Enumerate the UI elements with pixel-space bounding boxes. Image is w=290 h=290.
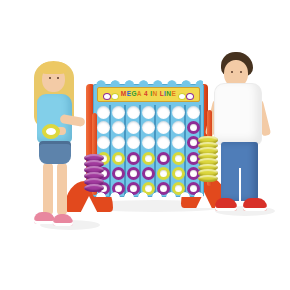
cell-r3-c3 bbox=[126, 135, 141, 150]
girl-bangs bbox=[40, 61, 67, 74]
banner-ring-icons-right bbox=[178, 86, 194, 104]
left-ring-stack bbox=[84, 154, 104, 190]
cell-r4-c5 bbox=[156, 151, 171, 166]
girl-held-yellow-disc bbox=[42, 124, 60, 139]
ring-yellow bbox=[198, 175, 218, 183]
girl-leg bbox=[57, 163, 67, 215]
girl-leg bbox=[43, 163, 53, 215]
yellow-disc bbox=[172, 152, 185, 165]
cell-r3-c6 bbox=[171, 135, 186, 150]
cell-r1-c6 bbox=[171, 105, 186, 120]
boy-head bbox=[224, 60, 248, 87]
girl-shoe bbox=[34, 212, 55, 224]
product-photo-connect-four: MEGA 4 IN LINE bbox=[0, 0, 290, 290]
cell-r5-c5 bbox=[156, 166, 171, 181]
boy-shoe bbox=[243, 198, 267, 211]
empty-hole bbox=[157, 121, 170, 134]
yellow-disc bbox=[157, 167, 170, 180]
yellow-ring-icon bbox=[178, 93, 186, 100]
connect-four-board: MEGA 4 IN LINE bbox=[93, 78, 204, 197]
empty-hole bbox=[127, 121, 140, 134]
empty-hole bbox=[157, 106, 170, 119]
board-bottom-scallop bbox=[94, 191, 203, 197]
cell-r1-c1 bbox=[96, 105, 111, 120]
empty-hole bbox=[97, 136, 110, 149]
boy-eye bbox=[231, 71, 233, 73]
cell-r1-c4 bbox=[141, 105, 156, 120]
ring-purple bbox=[84, 184, 104, 192]
cell-r4-c6 bbox=[171, 151, 186, 166]
cell-r4-c2 bbox=[111, 151, 126, 166]
empty-hole bbox=[127, 136, 140, 149]
empty-hole bbox=[172, 136, 185, 149]
cell-r1-c5 bbox=[156, 105, 171, 120]
empty-hole bbox=[142, 121, 155, 134]
cell-r2-c5 bbox=[156, 120, 171, 135]
board-top-scallop bbox=[94, 78, 203, 85]
empty-hole bbox=[187, 106, 200, 119]
board-banner: MEGA 4 IN LINE bbox=[97, 87, 200, 102]
empty-hole bbox=[172, 106, 185, 119]
purple-disc bbox=[142, 167, 155, 180]
empty-hole bbox=[172, 121, 185, 134]
boy-eye bbox=[240, 71, 242, 73]
purple-ring-icon bbox=[103, 93, 111, 100]
purple-disc bbox=[127, 152, 140, 165]
cell-r2-c6 bbox=[171, 120, 186, 135]
girl-eye bbox=[57, 77, 59, 79]
cell-r5-c2 bbox=[111, 166, 126, 181]
banner-title: MEGA 4 IN LINE bbox=[121, 91, 176, 98]
girl-shoe bbox=[53, 214, 73, 226]
cell-r2-c2 bbox=[111, 120, 126, 135]
empty-hole bbox=[142, 136, 155, 149]
empty-hole bbox=[97, 106, 110, 119]
empty-hole bbox=[112, 121, 125, 134]
banner-ring-icons-left bbox=[103, 86, 119, 104]
cell-r2-c3 bbox=[126, 120, 141, 135]
empty-hole bbox=[157, 136, 170, 149]
cell-r2-c7 bbox=[186, 120, 201, 135]
cell-r1-c2 bbox=[111, 105, 126, 120]
empty-hole bbox=[112, 106, 125, 119]
cell-r3-c5 bbox=[156, 135, 171, 150]
empty-hole bbox=[112, 136, 125, 149]
cell-r4-c4 bbox=[141, 151, 156, 166]
yellow-ring-icon bbox=[111, 93, 119, 100]
cell-r5-c4 bbox=[141, 166, 156, 181]
purple-disc bbox=[112, 167, 125, 180]
purple-disc bbox=[127, 167, 140, 180]
girl-eye bbox=[49, 77, 51, 79]
banner-letter: E bbox=[171, 90, 176, 97]
cell-r3-c4 bbox=[141, 135, 156, 150]
yellow-disc bbox=[112, 152, 125, 165]
empty-hole bbox=[97, 121, 110, 134]
purple-disc bbox=[157, 152, 170, 165]
yellow-disc bbox=[142, 152, 155, 165]
cell-r1-c3 bbox=[126, 105, 141, 120]
purple-ring-icon bbox=[186, 93, 194, 100]
cell-r5-c3 bbox=[126, 166, 141, 181]
cell-r1-c7 bbox=[186, 105, 201, 120]
boy-shirt bbox=[215, 84, 261, 144]
cell-r2-c4 bbox=[141, 120, 156, 135]
girl-denim-shorts bbox=[39, 141, 71, 164]
cell-r2-c1 bbox=[96, 120, 111, 135]
boy-jeans bbox=[221, 142, 258, 201]
cell-r3-c1 bbox=[96, 135, 111, 150]
empty-hole bbox=[142, 106, 155, 119]
empty-hole bbox=[127, 106, 140, 119]
board-grid bbox=[96, 105, 201, 196]
cell-r5-c6 bbox=[171, 166, 186, 181]
right-ring-stack bbox=[198, 136, 218, 180]
purple-disc bbox=[187, 121, 200, 134]
cell-r4-c3 bbox=[126, 151, 141, 166]
board-panel: MEGA 4 IN LINE bbox=[93, 84, 204, 197]
cell-r3-c2 bbox=[111, 135, 126, 150]
yellow-disc bbox=[172, 167, 185, 180]
boy-shoe bbox=[215, 198, 237, 211]
